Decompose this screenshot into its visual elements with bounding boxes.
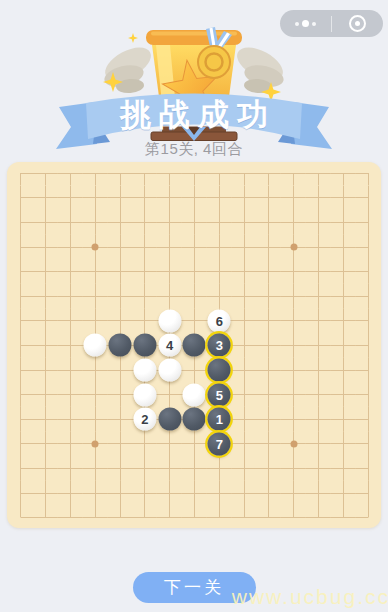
- board-cell: [232, 432, 257, 457]
- board-cell: [83, 210, 108, 235]
- board-cell: [331, 358, 356, 383]
- board-cell: [83, 259, 108, 284]
- board-cell: [108, 186, 133, 211]
- board-cell: [9, 505, 34, 528]
- board-cell: [108, 333, 133, 358]
- board-cell: [157, 235, 182, 260]
- board-cell: [157, 481, 182, 506]
- board-cell: [306, 382, 331, 407]
- board-cell: [256, 333, 281, 358]
- board-cell: [108, 358, 133, 383]
- board-cell: [331, 333, 356, 358]
- board-cell: [306, 210, 331, 235]
- board-cell: [306, 456, 331, 481]
- board-cell: [9, 259, 34, 284]
- board-cell: [356, 186, 381, 211]
- board-cell: [83, 407, 108, 432]
- board-cell: [157, 358, 182, 383]
- stone-black: [183, 408, 206, 431]
- board-cell: [256, 309, 281, 334]
- board-cell: [331, 432, 356, 457]
- board-cell: [281, 481, 306, 506]
- board-cell: [281, 235, 306, 260]
- board-cell: [281, 407, 306, 432]
- board-cell: [33, 162, 58, 186]
- board-cell: [356, 162, 381, 186]
- board-cell: [232, 284, 257, 309]
- board-cell: [356, 333, 381, 358]
- capsule-home-button[interactable]: [332, 10, 383, 37]
- board-cell: [58, 505, 83, 528]
- stone-white: [158, 359, 181, 382]
- board-cell: [207, 235, 232, 260]
- board-cell: 1: [207, 407, 232, 432]
- board-cell: [256, 481, 281, 506]
- sparkle-icon: [128, 33, 138, 43]
- board-cell: [182, 284, 207, 309]
- board-cell: [281, 309, 306, 334]
- board-cell: [232, 259, 257, 284]
- board-cell: [33, 333, 58, 358]
- watermark-text: www.ucbug.cc: [232, 585, 388, 609]
- board-cell: [182, 456, 207, 481]
- home-circle-icon: [349, 15, 366, 32]
- board-cell: [281, 210, 306, 235]
- board-cell: [83, 333, 108, 358]
- board-cell: [182, 333, 207, 358]
- board-cell: [182, 481, 207, 506]
- board-cell: [58, 309, 83, 334]
- board-cell: 6: [207, 309, 232, 334]
- board-cell: [108, 505, 133, 528]
- stone-black: [133, 334, 156, 357]
- board-cell: [58, 284, 83, 309]
- stone-black-move-5: 5: [208, 383, 231, 406]
- board-cell: [132, 432, 157, 457]
- board-cell: [108, 432, 133, 457]
- board-cell: [182, 432, 207, 457]
- board-cell: [256, 186, 281, 211]
- board-cell: [207, 186, 232, 211]
- board-cell: [33, 382, 58, 407]
- stone-white-move-2: 2: [133, 408, 156, 431]
- board-cell: [256, 432, 281, 457]
- board-cell: [58, 382, 83, 407]
- move-number: 7: [216, 437, 223, 450]
- board-cell: [33, 186, 58, 211]
- board-cell: [306, 432, 331, 457]
- board-cell: [306, 259, 331, 284]
- board-cell: [58, 186, 83, 211]
- board-cell: [157, 210, 182, 235]
- board-cell: [281, 382, 306, 407]
- board-cell: [33, 284, 58, 309]
- board-cell: [306, 162, 331, 186]
- board-cell: [182, 162, 207, 186]
- more-dots-icon: [295, 20, 316, 27]
- board-cell: [281, 358, 306, 383]
- board-cell: [356, 505, 381, 528]
- board-cell: [9, 309, 34, 334]
- board-cell: [33, 235, 58, 260]
- stone-black-move-7: 7: [208, 432, 231, 455]
- trophy-illustration: [94, 26, 294, 158]
- board-cell: [33, 432, 58, 457]
- board-cell: [9, 382, 34, 407]
- stone-white-move-6: 6: [208, 309, 231, 332]
- board-cell: [207, 162, 232, 186]
- move-number: 6: [216, 314, 223, 327]
- board-cell: [108, 456, 133, 481]
- board-cell: [256, 382, 281, 407]
- board-cell: [306, 186, 331, 211]
- board-cell: [356, 481, 381, 506]
- stone-white: [133, 383, 156, 406]
- board-cell: [232, 210, 257, 235]
- board-cell: [232, 358, 257, 383]
- board-cell: [306, 505, 331, 528]
- board-cell: [356, 407, 381, 432]
- board-cell: [306, 481, 331, 506]
- board-cell: [281, 284, 306, 309]
- board-cell: [281, 162, 306, 186]
- board-cell: [9, 210, 34, 235]
- board-cell: [232, 309, 257, 334]
- move-number: 4: [166, 339, 173, 352]
- stone-white-move-4: 4: [158, 334, 181, 357]
- board-cell: [331, 235, 356, 260]
- board-cell: 2: [132, 407, 157, 432]
- stone-white: [183, 383, 206, 406]
- board-cell: [83, 382, 108, 407]
- gomoku-board: 6435217: [7, 162, 381, 528]
- board-cell: [331, 284, 356, 309]
- board-cell: [108, 284, 133, 309]
- board-cell: [83, 505, 108, 528]
- board-cell: [331, 210, 356, 235]
- stone-white: [158, 309, 181, 332]
- board-cell: [132, 210, 157, 235]
- board-cell: [9, 358, 34, 383]
- board-cell: [331, 505, 356, 528]
- board-cell: [306, 309, 331, 334]
- board-cell: [9, 432, 34, 457]
- board-cell: [256, 505, 281, 528]
- board-cell: [182, 407, 207, 432]
- wing-left-icon: [100, 41, 156, 94]
- board-cell: [281, 505, 306, 528]
- board-cell: [331, 162, 356, 186]
- board-cell: 5: [207, 382, 232, 407]
- board-cell: [331, 456, 356, 481]
- board-cell: [33, 407, 58, 432]
- board-cell: [232, 456, 257, 481]
- board-cell: [83, 309, 108, 334]
- board-cell: [331, 259, 356, 284]
- board-cell: [9, 481, 34, 506]
- board-cell: [33, 210, 58, 235]
- board-cell: [306, 284, 331, 309]
- board-cell: 3: [207, 333, 232, 358]
- board-cell: [207, 456, 232, 481]
- banner-title: 挑战成功: [0, 94, 388, 136]
- board-cell: [132, 186, 157, 211]
- board-cell: [182, 210, 207, 235]
- board-cell: [157, 284, 182, 309]
- board-cell: [256, 210, 281, 235]
- board-cell: [9, 284, 34, 309]
- board-cell: [132, 284, 157, 309]
- board-cell: [256, 259, 281, 284]
- board-cell: [232, 235, 257, 260]
- stone-black: [109, 334, 132, 357]
- board-cell: [356, 456, 381, 481]
- board-cell: 7: [207, 432, 232, 457]
- board-cell: [356, 259, 381, 284]
- board-cell: [9, 186, 34, 211]
- board-cell: [58, 358, 83, 383]
- board-cell: [281, 259, 306, 284]
- board-cell: [356, 382, 381, 407]
- board-cell: [331, 186, 356, 211]
- board-cell: [232, 186, 257, 211]
- board-cell: [331, 407, 356, 432]
- board-cell: [331, 481, 356, 506]
- app-screen: 挑战成功 第15关, 4回合 6435217 下一关 www.ucbug.cc: [0, 0, 388, 612]
- board-cell: [108, 235, 133, 260]
- board-cell: [182, 505, 207, 528]
- move-number: 2: [141, 413, 148, 426]
- stone-black: [183, 334, 206, 357]
- board-cell: [182, 358, 207, 383]
- board-cell: [157, 505, 182, 528]
- board-cell: [58, 235, 83, 260]
- board-cell: [132, 333, 157, 358]
- board-cell: [83, 162, 108, 186]
- board-cell: [9, 456, 34, 481]
- board-cell: [356, 432, 381, 457]
- capsule-more-button[interactable]: [280, 10, 331, 37]
- board-cell: [232, 162, 257, 186]
- board-cell: [207, 358, 232, 383]
- board-cell: [306, 333, 331, 358]
- board-cell: [157, 259, 182, 284]
- board-cell: [33, 358, 58, 383]
- board-cell: [182, 259, 207, 284]
- board-cell: [58, 259, 83, 284]
- board-cell: [83, 432, 108, 457]
- board-cell: [58, 456, 83, 481]
- board-cell: [157, 407, 182, 432]
- board-cell: [83, 358, 108, 383]
- board-cell: [256, 284, 281, 309]
- move-number: 1: [216, 413, 223, 426]
- board-cell: [281, 186, 306, 211]
- board-cell: [9, 162, 34, 186]
- board-cell: [132, 505, 157, 528]
- board-cell: [207, 210, 232, 235]
- board-cell: [281, 333, 306, 358]
- board-cell: [108, 481, 133, 506]
- board-cell: [356, 210, 381, 235]
- board-cell: [207, 259, 232, 284]
- board-cell: [182, 309, 207, 334]
- stone-black-move-3: 3: [208, 334, 231, 357]
- board-cell: [33, 259, 58, 284]
- board-cell: [182, 186, 207, 211]
- board-cell: [306, 358, 331, 383]
- board-cell: [108, 162, 133, 186]
- board-cell: [58, 162, 83, 186]
- board-cell: [232, 382, 257, 407]
- board-cell: [356, 309, 381, 334]
- board-cell: [132, 309, 157, 334]
- board-cell: [83, 235, 108, 260]
- board-cell: [33, 456, 58, 481]
- board-cell: [108, 382, 133, 407]
- board-cell: [157, 162, 182, 186]
- board-cell: [132, 235, 157, 260]
- board-cell: [58, 333, 83, 358]
- board-cell: [207, 284, 232, 309]
- board-cell: [182, 235, 207, 260]
- board-cell: [182, 382, 207, 407]
- stone-white: [133, 359, 156, 382]
- board-cell: [256, 162, 281, 186]
- board-cell: [207, 505, 232, 528]
- board-cell: [108, 407, 133, 432]
- board-cell: [256, 456, 281, 481]
- board-cell: [83, 186, 108, 211]
- stone-white: [84, 334, 107, 357]
- board-cell: [83, 284, 108, 309]
- board-cell: [9, 407, 34, 432]
- board-cell: [58, 432, 83, 457]
- stone-black-move-1: 1: [208, 408, 231, 431]
- wing-right-icon: [232, 41, 288, 94]
- board-cell: [33, 481, 58, 506]
- board-cell: [356, 358, 381, 383]
- board-cell: [157, 432, 182, 457]
- stone-black: [158, 408, 181, 431]
- board-cell: [108, 309, 133, 334]
- board-cell: [157, 456, 182, 481]
- move-number: 5: [216, 388, 223, 401]
- board-cell: [132, 259, 157, 284]
- board-cell: [232, 505, 257, 528]
- board-cell: [232, 481, 257, 506]
- board-cell: [132, 481, 157, 506]
- board-cell: [58, 210, 83, 235]
- board-cell: [281, 456, 306, 481]
- board-cell: [9, 333, 34, 358]
- board-cell: [9, 235, 34, 260]
- board-cell: [132, 162, 157, 186]
- board-cell: [331, 309, 356, 334]
- board-cell: [157, 382, 182, 407]
- miniprogram-capsule: [280, 10, 383, 37]
- board-grid: 6435217: [9, 162, 381, 528]
- board-cell: [33, 309, 58, 334]
- board-cell: [132, 456, 157, 481]
- board-cell: [232, 333, 257, 358]
- board-cell: [331, 382, 356, 407]
- level-round-info: 第15关, 4回合: [0, 140, 388, 159]
- board-cell: [108, 210, 133, 235]
- board-cell: [281, 432, 306, 457]
- board-cell: [33, 505, 58, 528]
- board-cell: [108, 259, 133, 284]
- board-cell: [256, 235, 281, 260]
- board-cell: [356, 284, 381, 309]
- board-cell: [58, 481, 83, 506]
- board-cell: [132, 382, 157, 407]
- board-cell: [83, 481, 108, 506]
- stone-black: [208, 359, 231, 382]
- board-cell: [232, 407, 257, 432]
- board-cell: [207, 481, 232, 506]
- board-cell: [306, 407, 331, 432]
- board-cell: [83, 456, 108, 481]
- board-cell: [132, 358, 157, 383]
- board-cell: [58, 407, 83, 432]
- board-cell: [157, 309, 182, 334]
- board-cell: [256, 407, 281, 432]
- board-cell: [306, 235, 331, 260]
- board-cell: [256, 358, 281, 383]
- board-cell: 4: [157, 333, 182, 358]
- board-cell: [356, 235, 381, 260]
- move-number: 3: [216, 339, 223, 352]
- board-cell: [157, 186, 182, 211]
